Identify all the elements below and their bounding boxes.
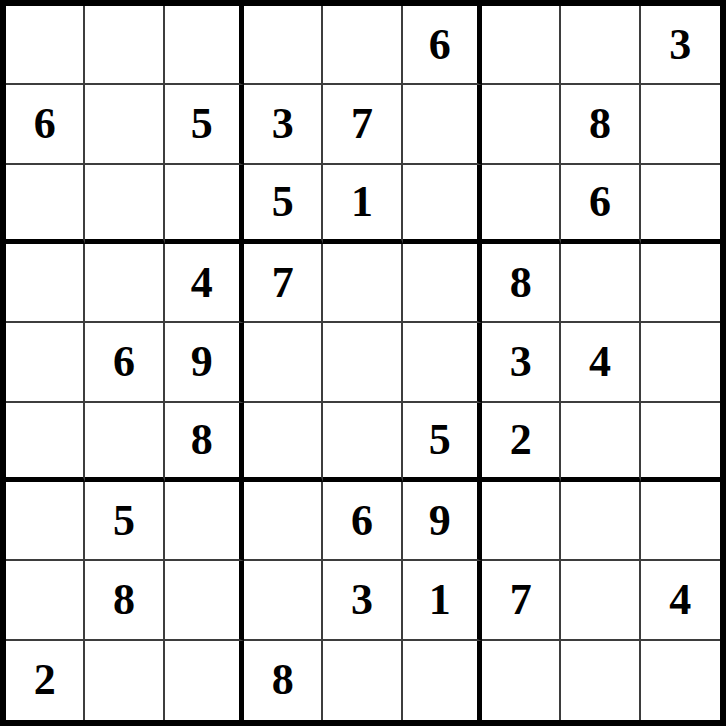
cell-r2c5-given: 7: [323, 85, 402, 164]
cell-r4c5-empty[interactable]: [323, 244, 402, 323]
cell-r7c9-empty[interactable]: [641, 482, 720, 561]
sudoku-board: 636537851647869348525698317428: [0, 0, 726, 726]
cell-r6c7-given: 2: [482, 403, 561, 482]
cell-r1c9-given: 3: [641, 6, 720, 85]
cell-r2c2-empty[interactable]: [85, 85, 164, 164]
cell-r3c2-empty[interactable]: [85, 165, 164, 244]
cell-r2c6-empty[interactable]: [403, 85, 482, 164]
cell-r9c5-empty[interactable]: [323, 641, 402, 720]
cell-r8c7-given: 7: [482, 561, 561, 640]
cell-r9c6-empty[interactable]: [403, 641, 482, 720]
cell-r2c9-empty[interactable]: [641, 85, 720, 164]
cell-r8c1-empty[interactable]: [6, 561, 85, 640]
cell-r3c9-empty[interactable]: [641, 165, 720, 244]
cell-r1c4-empty[interactable]: [244, 6, 323, 85]
cell-r1c3-empty[interactable]: [165, 6, 244, 85]
cell-r1c5-empty[interactable]: [323, 6, 402, 85]
cell-r4c7-given: 8: [482, 244, 561, 323]
cell-r9c1-given: 2: [6, 641, 85, 720]
cell-r6c4-empty[interactable]: [244, 403, 323, 482]
cell-r5c2-given: 6: [85, 323, 164, 402]
cell-r5c5-empty[interactable]: [323, 323, 402, 402]
cell-r3c7-empty[interactable]: [482, 165, 561, 244]
cell-r5c4-empty[interactable]: [244, 323, 323, 402]
cell-r3c3-empty[interactable]: [165, 165, 244, 244]
cell-r7c3-empty[interactable]: [165, 482, 244, 561]
cell-r7c5-given: 6: [323, 482, 402, 561]
cell-r9c9-empty[interactable]: [641, 641, 720, 720]
cell-r6c9-empty[interactable]: [641, 403, 720, 482]
cell-r1c8-empty[interactable]: [561, 6, 640, 85]
cell-r8c5-given: 3: [323, 561, 402, 640]
cell-r4c3-given: 4: [165, 244, 244, 323]
cell-r5c7-given: 3: [482, 323, 561, 402]
cell-r7c6-given: 9: [403, 482, 482, 561]
cell-r6c6-given: 5: [403, 403, 482, 482]
cell-r6c2-empty[interactable]: [85, 403, 164, 482]
cell-r3c1-empty[interactable]: [6, 165, 85, 244]
cell-r6c1-empty[interactable]: [6, 403, 85, 482]
cell-r2c7-empty[interactable]: [482, 85, 561, 164]
cell-r8c6-given: 1: [403, 561, 482, 640]
cell-r8c4-empty[interactable]: [244, 561, 323, 640]
cell-r8c9-given: 4: [641, 561, 720, 640]
cell-r5c6-empty[interactable]: [403, 323, 482, 402]
cell-r4c6-empty[interactable]: [403, 244, 482, 323]
cell-r1c2-empty[interactable]: [85, 6, 164, 85]
cell-r4c9-empty[interactable]: [641, 244, 720, 323]
cell-r2c3-given: 5: [165, 85, 244, 164]
cell-r1c6-given: 6: [403, 6, 482, 85]
cell-r9c8-empty[interactable]: [561, 641, 640, 720]
cell-r4c2-empty[interactable]: [85, 244, 164, 323]
cell-r8c2-given: 8: [85, 561, 164, 640]
cell-r6c8-empty[interactable]: [561, 403, 640, 482]
cell-r3c4-given: 5: [244, 165, 323, 244]
cell-r5c8-given: 4: [561, 323, 640, 402]
cell-r9c3-empty[interactable]: [165, 641, 244, 720]
cell-r2c4-given: 3: [244, 85, 323, 164]
cell-r5c1-empty[interactable]: [6, 323, 85, 402]
cell-r9c7-empty[interactable]: [482, 641, 561, 720]
cell-r9c4-given: 8: [244, 641, 323, 720]
cell-r7c7-empty[interactable]: [482, 482, 561, 561]
cell-r8c8-empty[interactable]: [561, 561, 640, 640]
cell-r7c4-empty[interactable]: [244, 482, 323, 561]
cell-r3c6-empty[interactable]: [403, 165, 482, 244]
cell-r4c4-given: 7: [244, 244, 323, 323]
cell-r5c3-given: 9: [165, 323, 244, 402]
cell-r7c2-given: 5: [85, 482, 164, 561]
cell-r7c8-empty[interactable]: [561, 482, 640, 561]
cell-r8c3-empty[interactable]: [165, 561, 244, 640]
cell-r1c7-empty[interactable]: [482, 6, 561, 85]
cell-r5c9-empty[interactable]: [641, 323, 720, 402]
cell-r3c5-given: 1: [323, 165, 402, 244]
cell-r9c2-empty[interactable]: [85, 641, 164, 720]
cell-r3c8-given: 6: [561, 165, 640, 244]
cell-r6c5-empty[interactable]: [323, 403, 402, 482]
cell-r4c8-empty[interactable]: [561, 244, 640, 323]
cell-r2c1-given: 6: [6, 85, 85, 164]
cell-r4c1-empty[interactable]: [6, 244, 85, 323]
cell-r6c3-given: 8: [165, 403, 244, 482]
cell-r7c1-empty[interactable]: [6, 482, 85, 561]
cell-r1c1-empty[interactable]: [6, 6, 85, 85]
cell-r2c8-given: 8: [561, 85, 640, 164]
